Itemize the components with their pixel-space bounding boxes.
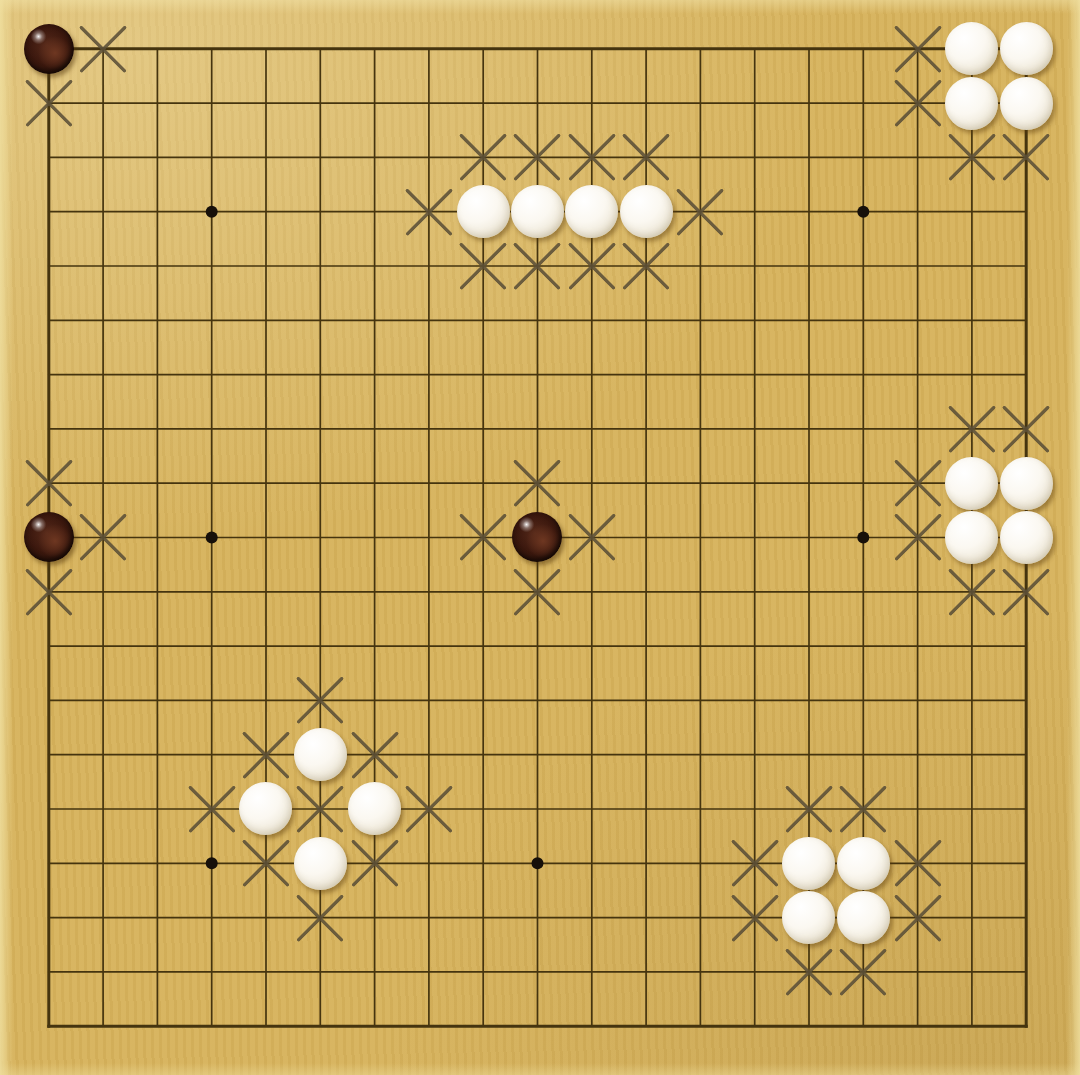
liberty-mark-x (728, 890, 782, 944)
white-stone[interactable]: ○ (511, 185, 564, 238)
liberty-mark-x (945, 130, 999, 184)
liberty-mark-x (673, 185, 727, 239)
white-stone[interactable]: ○ (457, 185, 510, 238)
white-stone[interactable]: ○ (1000, 22, 1053, 75)
white-stone[interactable]: ○ (294, 837, 347, 890)
liberty-mark-x (510, 130, 564, 184)
white-stone[interactable]: ○ (1000, 511, 1053, 564)
liberty-mark-x (293, 673, 347, 727)
go-board[interactable]: ●●●○○○○○○○○○○○○○○○○○○○○ (0, 0, 1080, 1075)
stone-glyph: ● (24, 24, 74, 74)
white-stone[interactable]: ○ (837, 891, 890, 944)
stone-glyph: ○ (837, 837, 890, 890)
stone-glyph: ○ (620, 185, 673, 238)
stone-glyph: ○ (1000, 77, 1053, 130)
stone-glyph: ○ (457, 185, 510, 238)
white-stone[interactable]: ○ (945, 22, 998, 75)
liberty-mark-x (565, 130, 619, 184)
liberty-mark-x (22, 565, 76, 619)
liberty-mark-x (510, 456, 564, 510)
stone-glyph: ○ (945, 22, 998, 75)
stone-glyph: ○ (945, 457, 998, 510)
liberty-mark-x (293, 890, 347, 944)
stone-glyph: ○ (348, 782, 401, 835)
white-stone[interactable]: ○ (620, 185, 673, 238)
liberty-mark-x (945, 402, 999, 456)
liberty-mark-x (22, 76, 76, 130)
liberty-mark-x (890, 22, 944, 76)
stone-glyph: ○ (239, 782, 292, 835)
stone-glyph: ○ (837, 891, 890, 944)
liberty-mark-x (293, 782, 347, 836)
liberty-mark-x (456, 510, 510, 564)
liberty-mark-x (456, 130, 510, 184)
liberty-mark-x (510, 239, 564, 293)
liberty-mark-x (22, 456, 76, 510)
liberty-mark-x (76, 22, 130, 76)
white-stone[interactable]: ○ (239, 782, 292, 835)
liberty-mark-x (510, 565, 564, 619)
white-stone[interactable]: ○ (945, 511, 998, 564)
stone-glyph: ● (512, 512, 562, 562)
liberty-mark-x (890, 456, 944, 510)
black-stone[interactable]: ● (512, 512, 562, 562)
black-stone[interactable]: ● (24, 512, 74, 562)
stone-glyph: ● (24, 512, 74, 562)
liberty-mark-x (782, 945, 836, 999)
white-stone[interactable]: ○ (565, 185, 618, 238)
liberty-mark-x (999, 565, 1053, 619)
piece-layer: ●●●○○○○○○○○○○○○○○○○○○○○ (22, 22, 1054, 1054)
stone-glyph: ○ (511, 185, 564, 238)
black-stone[interactable]: ● (24, 24, 74, 74)
liberty-mark-x (456, 239, 510, 293)
liberty-mark-x (76, 510, 130, 564)
white-stone[interactable]: ○ (782, 837, 835, 890)
liberty-mark-x (890, 76, 944, 130)
white-stone[interactable]: ○ (1000, 77, 1053, 130)
stone-glyph: ○ (945, 511, 998, 564)
liberty-mark-x (619, 239, 673, 293)
liberty-mark-x (565, 239, 619, 293)
liberty-mark-x (836, 945, 890, 999)
stone-glyph: ○ (945, 77, 998, 130)
white-stone[interactable]: ○ (945, 457, 998, 510)
liberty-mark-x (239, 836, 293, 890)
white-stone[interactable]: ○ (945, 77, 998, 130)
stone-glyph: ○ (1000, 22, 1053, 75)
liberty-mark-x (565, 510, 619, 564)
stone-glyph: ○ (1000, 511, 1053, 564)
stone-glyph: ○ (1000, 457, 1053, 510)
liberty-mark-x (728, 836, 782, 890)
white-stone[interactable]: ○ (1000, 457, 1053, 510)
stone-glyph: ○ (294, 837, 347, 890)
liberty-mark-x (890, 890, 944, 944)
liberty-mark-x (945, 565, 999, 619)
stone-glyph: ○ (782, 837, 835, 890)
liberty-mark-x (347, 728, 401, 782)
white-stone[interactable]: ○ (348, 782, 401, 835)
liberty-mark-x (782, 782, 836, 836)
white-stone[interactable]: ○ (837, 837, 890, 890)
liberty-mark-x (347, 836, 401, 890)
liberty-mark-x (619, 130, 673, 184)
liberty-mark-x (890, 836, 944, 890)
liberty-mark-x (999, 402, 1053, 456)
white-stone[interactable]: ○ (294, 728, 347, 781)
liberty-mark-x (999, 130, 1053, 184)
liberty-mark-x (239, 728, 293, 782)
stone-glyph: ○ (565, 185, 618, 238)
liberty-mark-x (890, 510, 944, 564)
liberty-mark-x (836, 782, 890, 836)
liberty-mark-x (402, 185, 456, 239)
stone-glyph: ○ (782, 891, 835, 944)
liberty-mark-x (402, 782, 456, 836)
stone-glyph: ○ (294, 728, 347, 781)
liberty-mark-x (185, 782, 239, 836)
white-stone[interactable]: ○ (782, 891, 835, 944)
